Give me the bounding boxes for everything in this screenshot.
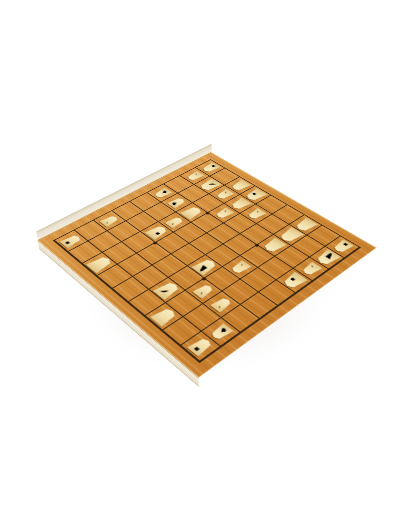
kanji-silver-glyph (147, 228, 163, 238)
kanji-lance-glyph (206, 163, 219, 170)
piece-sente-pawn[interactable] (164, 215, 186, 228)
piece-face (229, 179, 252, 192)
kanji-rook-glyph (155, 285, 173, 298)
piece-gote-tokin[interactable] (152, 187, 173, 199)
piece-face (99, 214, 121, 227)
piece-sente-king[interactable] (85, 254, 115, 274)
piece-face (229, 260, 253, 276)
kanji-tokin-glyph (169, 200, 182, 208)
kanji-lance-glyph (190, 341, 207, 354)
kanji-silver-glyph (288, 273, 305, 285)
kanji-knight-glyph (235, 199, 249, 207)
kanji-pawn-glyph (251, 209, 264, 217)
piece-sente-tokin[interactable] (166, 196, 187, 209)
piece-face (144, 224, 170, 241)
kanji-gold-glyph (300, 219, 316, 229)
piece-face (228, 197, 251, 211)
piece-sente-silver[interactable] (144, 224, 170, 241)
kanji-pawn-glyph (212, 300, 227, 311)
piece-gote-pawn[interactable] (213, 207, 234, 220)
kanji-knight-glyph (235, 181, 249, 189)
piece-face (85, 254, 115, 274)
piece-gote-lance[interactable] (200, 162, 221, 174)
kanji-pawn-glyph (166, 219, 179, 227)
piece-face (313, 248, 342, 267)
piece-face (164, 215, 186, 228)
kanji-pawn-glyph (191, 172, 203, 179)
kanji-pawn-glyph (220, 190, 233, 197)
piece-face (209, 296, 234, 314)
piece-face (152, 280, 182, 301)
piece-sente-gold[interactable] (179, 205, 204, 220)
piece-sente-bishop[interactable] (191, 257, 220, 276)
kanji-silver-glyph (250, 189, 265, 198)
piece-sente-lance[interactable] (59, 233, 83, 248)
piece-sente-gold[interactable] (149, 306, 179, 328)
kanji-king-glyph (284, 228, 301, 239)
piece-gote-tokin[interactable] (208, 323, 234, 342)
piece-face (187, 336, 215, 357)
kanji-pawn-glyph (219, 208, 232, 216)
kanji-lance-glyph (337, 241, 352, 250)
kanji-king-glyph (88, 260, 106, 272)
piece-sente-lance[interactable] (187, 336, 215, 357)
kanji-tokin-glyph (158, 188, 171, 195)
piece-sente-rook[interactable] (152, 280, 182, 301)
piece-gote-silver[interactable] (280, 271, 309, 290)
piece-face (59, 233, 83, 248)
kanji-gold-glyph (153, 311, 171, 324)
piece-face (185, 170, 205, 181)
piece-face (299, 261, 322, 277)
piece-sente-pawn[interactable] (191, 283, 216, 300)
kanji-bishop-glyph (194, 262, 212, 274)
kanji-pawn-glyph (306, 263, 320, 273)
piece-face (280, 271, 309, 290)
kanji-pawn-glyph (194, 287, 209, 297)
piece-face (200, 162, 221, 174)
photo-stage (0, 0, 413, 531)
piece-face (214, 188, 235, 200)
piece-gote-rook[interactable] (197, 178, 222, 192)
piece-face (208, 323, 234, 342)
piece-face (197, 178, 222, 192)
kanji-tokin-glyph (215, 325, 231, 337)
piece-gote-lance[interactable] (331, 239, 355, 255)
kanji-lance-glyph (62, 237, 77, 246)
kanji-gold-glyph (268, 239, 284, 249)
piece-gote-knight[interactable] (229, 179, 252, 192)
kanji-pawn-glyph (101, 218, 114, 226)
kanji-gold-glyph (182, 209, 197, 218)
hoshi-dot (201, 277, 206, 281)
piece-face (149, 306, 179, 328)
piece-face (166, 196, 187, 209)
kanji-rook-glyph (204, 180, 219, 189)
kanji-pawn-glyph (235, 261, 249, 270)
piece-face (191, 283, 216, 300)
piece-face (179, 205, 204, 220)
piece-gote-pawn[interactable] (229, 260, 253, 276)
piece-gote-pawn[interactable] (185, 170, 205, 181)
piece-sente-pawn[interactable] (209, 296, 234, 314)
piece-face (152, 187, 173, 199)
piece-sente-pawn[interactable] (99, 214, 121, 227)
piece-face (213, 207, 234, 220)
piece-face (245, 207, 266, 220)
piece-gote-pawn[interactable] (214, 188, 235, 200)
piece-gote-pawn[interactable] (245, 207, 266, 220)
kanji-bishop-glyph (321, 251, 338, 262)
piece-gote-pawn[interactable] (299, 261, 322, 277)
hoshi-dot (254, 244, 259, 247)
piece-face (331, 239, 355, 255)
piece-face (191, 257, 220, 276)
piece-gote-bishop[interactable] (313, 248, 342, 267)
piece-gote-knight[interactable] (228, 197, 251, 211)
